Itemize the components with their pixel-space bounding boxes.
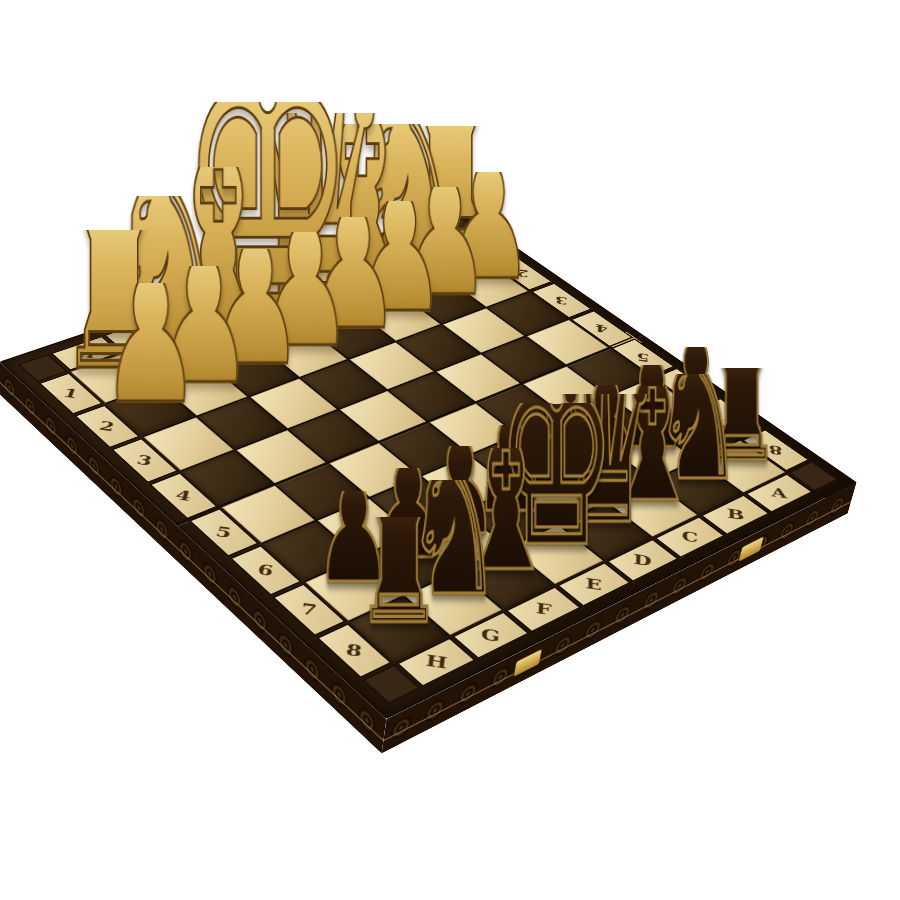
- rank-label-right-text: 8: [768, 442, 783, 458]
- piece-black-rook-h8[interactable]: ♜: [342, 517, 456, 644]
- scene: HH11GG22FF33EE44DD55CC66BB77AA88 ♜♞♝♛♚♝♞…: [0, 0, 900, 900]
- rook-glyph: ♜: [355, 460, 444, 650]
- file-label-top-text: E: [230, 294, 248, 308]
- file-label-top-text: D: [277, 277, 296, 291]
- brass-clasp-icon: [738, 536, 764, 563]
- rank-label-right-text: 1: [478, 240, 491, 253]
- pawn-glyph: ♟: [100, 218, 201, 435]
- brass-clasp-icon: [513, 648, 542, 677]
- file-label-top-text: C: [325, 262, 342, 275]
- rank-label-right-text: 2: [516, 267, 529, 280]
- piece-white-pawn-h2[interactable]: ♟: [86, 283, 215, 427]
- file-label-top-text: A: [414, 232, 429, 245]
- chess-board: HH11GG22FF33EE44DD55CC66BB77AA88 ♜♞♝♛♚♝♞…: [0, 207, 857, 719]
- file-label-top-text: B: [369, 246, 386, 259]
